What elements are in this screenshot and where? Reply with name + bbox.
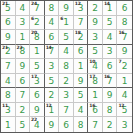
cell-r6c3[interactable]: 173 [30, 74, 45, 89]
cell-digit: 6 [19, 77, 25, 86]
cell-digit: 3 [107, 47, 113, 56]
cell-digit: 5 [92, 47, 98, 56]
cell-r4c9[interactable]: 9 [117, 45, 132, 60]
cell-digit: 8 [107, 106, 113, 115]
cell-digit: 7 [19, 91, 25, 100]
cell-r5c6[interactable]: 1 [74, 59, 89, 74]
cell-r2c4[interactable]: 4 [45, 16, 60, 31]
cell-digit: 4 [122, 91, 128, 100]
cell-r9c2[interactable]: 5 [16, 117, 31, 132]
cage-sum-label: 12 [118, 103, 124, 108]
cell-r7c2[interactable]: 7 [16, 88, 31, 103]
cell-r4c5[interactable]: 4 [59, 45, 74, 60]
cell-digit: 2 [63, 77, 69, 86]
cage-sum-label: 7 [118, 59, 121, 64]
cell-digit: 1 [63, 18, 69, 27]
cell-digit: 9 [49, 121, 55, 130]
cage-sum-label: 18 [75, 30, 81, 35]
cell-r6c8[interactable]: 167 [103, 74, 118, 89]
cell-r8c9[interactable]: 125 [117, 103, 132, 118]
cage-sum-label: 12 [75, 1, 81, 6]
cage-sum-label: 23 [17, 45, 23, 50]
cell-r7c3[interactable]: 6 [30, 88, 45, 103]
cell-digit: 2 [107, 121, 113, 130]
cell-digit: 5 [34, 62, 40, 71]
cell-r8c5[interactable]: 7 [59, 103, 74, 118]
cell-r1c1[interactable]: 215 [1, 1, 16, 16]
cell-r4c1[interactable]: 212 [1, 45, 16, 60]
cell-digit: 3 [63, 91, 69, 100]
cell-digit: 7 [78, 18, 84, 27]
cell-digit: 4 [5, 77, 11, 86]
cell-digit: 6 [122, 4, 128, 13]
cage-sum-label: 11 [2, 103, 8, 108]
cell-digit: 6 [34, 91, 40, 100]
cell-r7c6[interactable]: 5 [74, 88, 89, 103]
cell-r9c4[interactable]: 9 [45, 117, 60, 132]
cell-digit: 9 [19, 62, 25, 71]
cage-sum-label: 22 [31, 117, 37, 122]
cell-r7c8[interactable]: 9 [103, 88, 118, 103]
cage-sum-label: 16 [104, 74, 110, 79]
cell-digit: 3 [49, 62, 55, 71]
cell-r5c5[interactable]: 8 [59, 59, 74, 74]
cell-r2c6[interactable]: 7 [74, 16, 89, 31]
cell-r6c5[interactable]: 2 [59, 74, 74, 89]
cage-sum-label: 16 [118, 30, 124, 35]
cell-digit: 9 [63, 4, 69, 13]
cell-r8c8[interactable]: 8 [103, 103, 118, 118]
cell-r2c3[interactable]: 62 [30, 16, 45, 31]
cell-digit: 5 [63, 33, 69, 42]
cell-digit: 1 [19, 33, 25, 42]
cell-digit: 4 [63, 47, 69, 56]
cell-r9c7[interactable]: 7 [88, 117, 103, 132]
cell-r7c9[interactable]: 4 [117, 88, 132, 103]
cell-digit: 3 [19, 18, 25, 27]
cell-r3c2[interactable]: 1 [16, 30, 31, 45]
cell-r5c1[interactable]: 7 [1, 59, 16, 74]
cell-r1c4[interactable]: 8 [45, 1, 60, 16]
cell-r3c9[interactable]: 167 [117, 30, 132, 45]
cage-sum-label: 6 [60, 16, 63, 21]
cell-digit: 2 [49, 91, 55, 100]
cell-r1c5[interactable]: 9 [59, 1, 74, 16]
cell-digit: 6 [49, 33, 55, 42]
cell-digit: 6 [107, 62, 113, 71]
cage-sum-label: 24 [31, 1, 37, 6]
cell-digit: 8 [63, 62, 69, 71]
cell-digit: 7 [5, 62, 11, 71]
cell-r4c6[interactable]: 6 [74, 45, 89, 60]
cell-r3c6[interactable]: 182 [74, 30, 89, 45]
cell-r3c1[interactable]: 9 [1, 30, 16, 45]
cell-r6c1[interactable]: 4 [1, 74, 16, 89]
cell-r2c5[interactable]: 61 [59, 16, 74, 31]
cage-sum-label: 10 [89, 59, 95, 64]
cell-digit: 6 [63, 121, 69, 130]
cell-r1c7[interactable]: 2 [88, 1, 103, 16]
cell-digit: 2 [92, 4, 98, 13]
cell-r2c2[interactable]: 3 [16, 16, 31, 31]
cell-digit: 1 [122, 77, 128, 86]
cell-r8c1[interactable]: 113 [1, 103, 16, 118]
cell-r1c9[interactable]: 6 [117, 1, 132, 16]
cell-digit: 2 [34, 18, 40, 27]
cell-r8c2[interactable]: 2 [16, 103, 31, 118]
cell-digit: 7 [63, 106, 69, 115]
cell-digit: 2 [19, 106, 25, 115]
cell-digit: 5 [49, 77, 55, 86]
cell-r4c8[interactable]: 3 [103, 45, 118, 60]
cell-digit: 7 [92, 121, 98, 130]
cell-r6c9[interactable]: 1 [117, 74, 132, 89]
cage-sum-label: 14 [104, 1, 110, 6]
cell-digit: 5 [78, 91, 84, 100]
cage-sum-label: 20 [31, 30, 37, 35]
cage-sum-label: 17 [31, 74, 37, 79]
cell-r3c4[interactable]: 6 [45, 30, 60, 45]
cage-sum-label: 21 [2, 45, 8, 50]
cell-r6c7[interactable]: 178 [88, 74, 103, 89]
cell-r9c1[interactable]: 1 [1, 117, 16, 132]
cell-r8c4[interactable]: 121 [45, 103, 60, 118]
cell-r8c3[interactable]: 9 [30, 103, 45, 118]
cell-r4c7[interactable]: 5 [88, 45, 103, 60]
cell-r5c4[interactable]: 3 [45, 59, 60, 74]
cage-sum-label: 16 [89, 103, 95, 108]
cell-r6c6[interactable]: 9 [74, 74, 89, 89]
cell-r6c4[interactable]: 5 [45, 74, 60, 89]
cell-r1c2[interactable]: 4 [16, 1, 31, 16]
cell-r3c8[interactable]: 4 [103, 30, 118, 45]
cell-r9c8[interactable]: 2 [103, 117, 118, 132]
cell-digit: 8 [49, 4, 55, 13]
cell-digit: 5 [19, 121, 25, 130]
cell-digit: 8 [5, 91, 11, 100]
cell-r8c7[interactable]: 166 [88, 103, 103, 118]
cell-r4c4[interactable]: 147 [45, 45, 60, 60]
cell-digit: 9 [34, 106, 40, 115]
cell-digit: 4 [19, 4, 25, 13]
cell-r4c2[interactable]: 238 [16, 45, 31, 60]
cell-r8c6[interactable]: 4 [74, 103, 89, 118]
cell-r9c9[interactable]: 3 [117, 117, 132, 132]
cell-r5c2[interactable]: 9 [16, 59, 31, 74]
cell-r5c7[interactable]: 104 [88, 59, 103, 74]
cell-r5c9[interactable]: 72 [117, 59, 132, 74]
cell-digit: 4 [107, 33, 113, 42]
cell-r1c8[interactable]: 141 [103, 1, 118, 16]
cell-r7c7[interactable]: 1 [88, 88, 103, 103]
cell-r3c7[interactable]: 3 [88, 30, 103, 45]
cell-digit: 8 [78, 121, 84, 130]
cell-digit: 9 [92, 18, 98, 27]
cell-digit: 1 [78, 62, 84, 71]
cell-digit: 3 [122, 121, 128, 130]
cell-digit: 1 [92, 91, 98, 100]
cell-digit: 6 [5, 18, 11, 27]
cell-digit: 9 [78, 77, 84, 86]
cell-digit: 1 [34, 47, 40, 56]
cell-r9c6[interactable]: 8 [74, 117, 89, 132]
cell-r5c8[interactable]: 6 [103, 59, 118, 74]
sudoku-board: 2154247891232141663624617958912086518234… [0, 0, 133, 133]
cell-r1c6[interactable]: 123 [74, 1, 89, 16]
cell-digit: 8 [122, 18, 128, 27]
cell-r9c3[interactable]: 224 [30, 117, 45, 132]
cage-sum-label: 12 [46, 103, 52, 108]
cell-r3c3[interactable]: 208 [30, 30, 45, 45]
cell-digit: 1 [5, 121, 11, 130]
cell-r2c7[interactable]: 9 [88, 16, 103, 31]
cell-r2c1[interactable]: 6 [1, 16, 16, 31]
cell-digit: 4 [78, 106, 84, 115]
cage-sum-label: 17 [89, 74, 95, 79]
cell-r7c1[interactable]: 8 [1, 88, 16, 103]
cell-r2c8[interactable]: 5 [103, 16, 118, 31]
cage-sum-label: 21 [2, 1, 8, 6]
cell-digit: 2 [122, 62, 128, 71]
cell-r7c5[interactable]: 3 [59, 88, 74, 103]
cell-r1c3[interactable]: 247 [30, 1, 45, 16]
cell-r4c3[interactable]: 1 [30, 45, 45, 60]
cell-r9c5[interactable]: 6 [59, 117, 74, 132]
cell-r2c9[interactable]: 8 [117, 16, 132, 31]
cell-digit: 3 [92, 33, 98, 42]
cell-digit: 6 [78, 47, 84, 56]
cage-sum-label: 14 [46, 45, 52, 50]
cell-r5c3[interactable]: 5 [30, 59, 45, 74]
cage-sum-label: 6 [31, 16, 34, 21]
cell-digit: 9 [107, 91, 113, 100]
cell-r6c2[interactable]: 6 [16, 74, 31, 89]
cell-r7c4[interactable]: 2 [45, 88, 60, 103]
cell-digit: 5 [107, 18, 113, 27]
cell-digit: 9 [122, 47, 128, 56]
cell-digit: 4 [49, 18, 55, 27]
cell-r3c5[interactable]: 5 [59, 30, 74, 45]
cell-digit: 9 [5, 33, 11, 42]
